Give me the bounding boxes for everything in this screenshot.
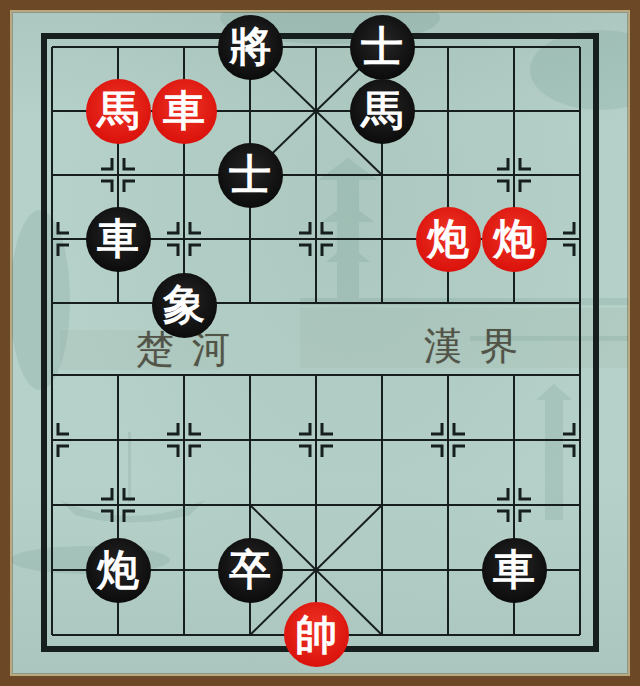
intersection: 炮 bbox=[85, 538, 151, 603]
piece-black-advisor[interactable]: 士 bbox=[218, 143, 283, 208]
piece-grid: 將士馬車馬士車炮炮象炮卒車帥 bbox=[19, 15, 613, 667]
intersection: 車 bbox=[151, 79, 217, 143]
intersection: 士 bbox=[349, 15, 415, 79]
piece-black-chariot[interactable]: 車 bbox=[86, 207, 151, 272]
intersection: 士 bbox=[217, 143, 283, 207]
intersection: 象 bbox=[151, 271, 217, 339]
intersection: 炮 bbox=[415, 207, 481, 271]
piece-black-horse[interactable]: 馬 bbox=[350, 79, 415, 144]
intersection: 炮 bbox=[481, 207, 547, 271]
piece-black-general[interactable]: 將 bbox=[218, 15, 283, 80]
intersection: 卒 bbox=[217, 538, 283, 603]
intersection: 將 bbox=[217, 15, 283, 79]
piece-black-elephant[interactable]: 象 bbox=[152, 273, 217, 338]
piece-black-cannon[interactable]: 炮 bbox=[86, 538, 151, 603]
intersection: 車 bbox=[481, 538, 547, 603]
piece-red-cannon[interactable]: 炮 bbox=[482, 207, 547, 272]
xiangqi-app: 楚河 漢界 將士馬車馬士車炮炮象炮卒車帥 bbox=[0, 0, 640, 686]
piece-red-chariot[interactable]: 車 bbox=[152, 79, 217, 144]
piece-red-horse[interactable]: 馬 bbox=[86, 79, 151, 144]
intersection: 馬 bbox=[349, 79, 415, 143]
piece-red-cannon[interactable]: 炮 bbox=[416, 207, 481, 272]
intersection: 馬 bbox=[85, 79, 151, 143]
piece-black-advisor[interactable]: 士 bbox=[350, 15, 415, 80]
intersection: 車 bbox=[85, 207, 151, 271]
piece-black-chariot[interactable]: 車 bbox=[482, 538, 547, 603]
intersection: 帥 bbox=[283, 603, 349, 668]
piece-red-general[interactable]: 帥 bbox=[284, 602, 349, 667]
piece-black-soldier[interactable]: 卒 bbox=[218, 538, 283, 603]
